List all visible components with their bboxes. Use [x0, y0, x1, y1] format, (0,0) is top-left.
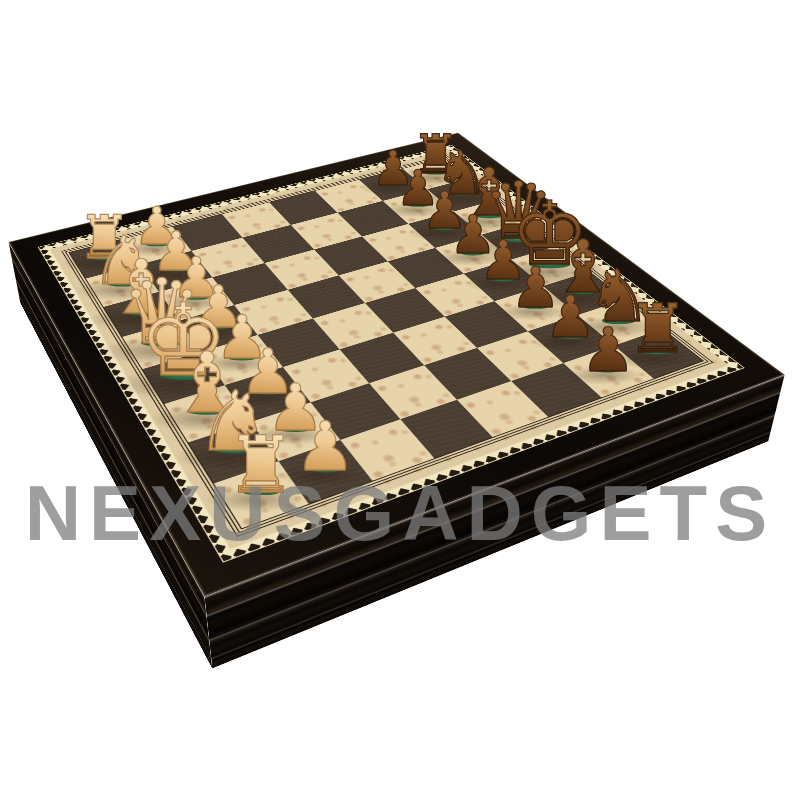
- piece-black-rook-h8[interactable]: ♜: [627, 295, 688, 363]
- piece-white-pawn-h2[interactable]: ♟: [295, 412, 356, 480]
- white-pawn-icon: ♟: [295, 412, 356, 480]
- piece-white-rook-h1[interactable]: ♜: [225, 426, 296, 505]
- black-pawn-icon: ♟: [581, 318, 636, 379]
- white-rook-icon: ♜: [225, 426, 296, 505]
- product-photo-stage: ♜♞♝♛♚♝♞♜♟♟♟♟♟♟♟♟♟♟♟♟♟♟♟♟♜♞♝♛♚♝♞♜ NEXUSGA…: [0, 0, 800, 800]
- piece-black-pawn-h7[interactable]: ♟: [581, 318, 636, 379]
- black-rook-icon: ♜: [627, 295, 688, 363]
